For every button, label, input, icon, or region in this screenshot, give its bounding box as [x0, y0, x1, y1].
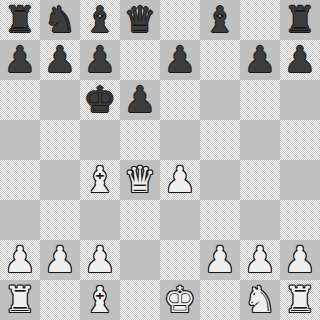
square-f1[interactable] — [200, 280, 240, 320]
square-b7[interactable]: ♟ — [40, 40, 80, 80]
piece-white-pawn[interactable]: ♟ — [164, 160, 196, 200]
piece-black-bishop[interactable]: ♝ — [84, 0, 116, 40]
square-g3[interactable] — [240, 200, 280, 240]
piece-white-pawn[interactable]: ♟ — [84, 240, 116, 280]
square-c8[interactable]: ♝ — [80, 0, 120, 40]
square-d5[interactable] — [120, 120, 160, 160]
square-f7[interactable] — [200, 40, 240, 80]
square-d8[interactable]: ♛ — [120, 0, 160, 40]
piece-white-king[interactable]: ♚ — [164, 280, 196, 320]
square-c4[interactable]: ♝ — [80, 160, 120, 200]
square-g4[interactable] — [240, 160, 280, 200]
square-h8[interactable]: ♜ — [280, 0, 320, 40]
piece-white-pawn[interactable]: ♟ — [284, 240, 316, 280]
piece-white-rook[interactable]: ♜ — [284, 280, 316, 320]
piece-white-bishop[interactable]: ♝ — [84, 280, 116, 320]
square-f5[interactable] — [200, 120, 240, 160]
square-b6[interactable] — [40, 80, 80, 120]
piece-white-pawn[interactable]: ♟ — [44, 240, 76, 280]
square-d3[interactable] — [120, 200, 160, 240]
square-a6[interactable] — [0, 80, 40, 120]
piece-black-pawn[interactable]: ♟ — [244, 40, 276, 80]
square-f4[interactable] — [200, 160, 240, 200]
square-f2[interactable]: ♟ — [200, 240, 240, 280]
square-a3[interactable] — [0, 200, 40, 240]
piece-black-king[interactable]: ♚ — [84, 80, 116, 120]
square-g6[interactable] — [240, 80, 280, 120]
square-e4[interactable]: ♟ — [160, 160, 200, 200]
square-e2[interactable] — [160, 240, 200, 280]
square-c2[interactable]: ♟ — [80, 240, 120, 280]
square-a2[interactable]: ♟ — [0, 240, 40, 280]
square-b8[interactable]: ♞ — [40, 0, 80, 40]
square-c5[interactable] — [80, 120, 120, 160]
square-a5[interactable] — [0, 120, 40, 160]
square-g5[interactable] — [240, 120, 280, 160]
square-g8[interactable] — [240, 0, 280, 40]
square-b3[interactable] — [40, 200, 80, 240]
square-h1[interactable]: ♜ — [280, 280, 320, 320]
piece-white-pawn[interactable]: ♟ — [204, 240, 236, 280]
piece-black-pawn[interactable]: ♟ — [4, 40, 36, 80]
piece-white-rook[interactable]: ♜ — [4, 280, 36, 320]
square-e8[interactable] — [160, 0, 200, 40]
piece-black-pawn[interactable]: ♟ — [284, 40, 316, 80]
piece-white-bishop[interactable]: ♝ — [84, 160, 116, 200]
square-h2[interactable]: ♟ — [280, 240, 320, 280]
square-e6[interactable] — [160, 80, 200, 120]
square-h6[interactable] — [280, 80, 320, 120]
piece-black-pawn[interactable]: ♟ — [44, 40, 76, 80]
square-g1[interactable]: ♞ — [240, 280, 280, 320]
square-c6[interactable]: ♚ — [80, 80, 120, 120]
piece-white-pawn[interactable]: ♟ — [244, 240, 276, 280]
square-b4[interactable] — [40, 160, 80, 200]
square-g7[interactable]: ♟ — [240, 40, 280, 80]
square-b2[interactable]: ♟ — [40, 240, 80, 280]
square-f3[interactable] — [200, 200, 240, 240]
piece-black-pawn[interactable]: ♟ — [124, 80, 156, 120]
square-g2[interactable]: ♟ — [240, 240, 280, 280]
piece-black-bishop[interactable]: ♝ — [204, 0, 236, 40]
piece-white-knight[interactable]: ♞ — [244, 280, 276, 320]
square-a4[interactable] — [0, 160, 40, 200]
square-e5[interactable] — [160, 120, 200, 160]
square-a8[interactable]: ♜ — [0, 0, 40, 40]
piece-black-knight[interactable]: ♞ — [44, 0, 76, 40]
square-d7[interactable] — [120, 40, 160, 80]
square-b1[interactable] — [40, 280, 80, 320]
piece-black-rook[interactable]: ♜ — [4, 0, 36, 40]
piece-white-queen[interactable]: ♛ — [124, 160, 156, 200]
piece-white-pawn[interactable]: ♟ — [4, 240, 36, 280]
square-f6[interactable] — [200, 80, 240, 120]
piece-black-pawn[interactable]: ♟ — [84, 40, 116, 80]
square-h4[interactable] — [280, 160, 320, 200]
square-b5[interactable] — [40, 120, 80, 160]
square-f8[interactable]: ♝ — [200, 0, 240, 40]
piece-black-pawn[interactable]: ♟ — [164, 40, 196, 80]
square-d6[interactable]: ♟ — [120, 80, 160, 120]
square-d1[interactable] — [120, 280, 160, 320]
square-a1[interactable]: ♜ — [0, 280, 40, 320]
square-a7[interactable]: ♟ — [0, 40, 40, 80]
square-c3[interactable] — [80, 200, 120, 240]
square-c1[interactable]: ♝ — [80, 280, 120, 320]
square-h3[interactable] — [280, 200, 320, 240]
square-h7[interactable]: ♟ — [280, 40, 320, 80]
piece-black-queen[interactable]: ♛ — [124, 0, 156, 40]
chess-board: ♜♞♝♛♝♜♟♟♟♟♟♟♚♟♝♛♟♟♟♟♟♟♟♜♝♚♞♜ — [0, 0, 320, 320]
square-e1[interactable]: ♚ — [160, 280, 200, 320]
square-e7[interactable]: ♟ — [160, 40, 200, 80]
square-c7[interactable]: ♟ — [80, 40, 120, 80]
piece-black-rook[interactable]: ♜ — [284, 0, 316, 40]
square-e3[interactable] — [160, 200, 200, 240]
square-h5[interactable] — [280, 120, 320, 160]
square-d2[interactable] — [120, 240, 160, 280]
square-d4[interactable]: ♛ — [120, 160, 160, 200]
